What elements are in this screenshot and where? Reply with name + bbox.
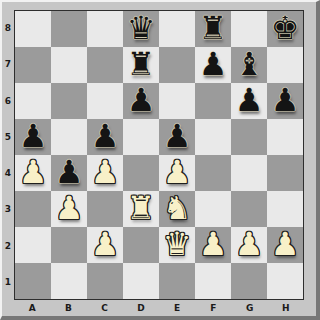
square-e2[interactable]: ♛ [159,227,195,263]
rank-label-3: 3 [2,191,14,227]
square-b4[interactable]: ♟ [51,155,87,191]
square-h7[interactable] [267,47,303,83]
square-g8[interactable] [231,11,267,47]
square-b3[interactable]: ♟ [51,191,87,227]
board: ♛♜♚♜♟♝♟♟♟♟♟♟♟♟♟♟♟♜♞♟♛♟♟♟ [14,10,304,300]
square-a4[interactable]: ♟ [15,155,51,191]
square-g2[interactable]: ♟ [231,227,267,263]
black-pawn-icon: ♟ [163,120,192,152]
white-pawn-icon: ♟ [55,192,84,224]
square-d1[interactable] [123,263,159,299]
square-c6[interactable] [87,83,123,119]
rank-label-6: 6 [2,83,14,119]
white-rook-icon: ♜ [127,192,156,224]
square-g6[interactable]: ♟ [231,83,267,119]
square-c5[interactable]: ♟ [87,119,123,155]
black-bishop-icon: ♝ [235,48,264,80]
file-label-g: G [232,301,268,315]
square-c8[interactable] [87,11,123,47]
square-d6[interactable]: ♟ [123,83,159,119]
file-label-h: H [268,301,304,315]
square-b7[interactable] [51,47,87,83]
square-f3[interactable] [195,191,231,227]
square-e6[interactable] [159,83,195,119]
square-b1[interactable] [51,263,87,299]
square-h4[interactable] [267,155,303,191]
file-label-c: C [87,301,123,315]
square-g1[interactable] [231,263,267,299]
square-d8[interactable]: ♛ [123,11,159,47]
square-e3[interactable]: ♞ [159,191,195,227]
file-label-a: A [14,301,50,315]
square-d3[interactable]: ♜ [123,191,159,227]
rank-label-5: 5 [2,119,14,155]
square-b2[interactable] [51,227,87,263]
square-c7[interactable] [87,47,123,83]
square-h3[interactable] [267,191,303,227]
square-c4[interactable]: ♟ [87,155,123,191]
square-f8[interactable]: ♜ [195,11,231,47]
rank-labels: 87654321 [2,10,14,300]
black-pawn-icon: ♟ [91,120,120,152]
square-c2[interactable]: ♟ [87,227,123,263]
square-f6[interactable] [195,83,231,119]
square-h1[interactable] [267,263,303,299]
rank-label-1: 1 [2,264,14,300]
square-a7[interactable] [15,47,51,83]
square-h8[interactable]: ♚ [267,11,303,47]
square-e5[interactable]: ♟ [159,119,195,155]
square-b8[interactable] [51,11,87,47]
square-h5[interactable] [267,119,303,155]
white-knight-icon: ♞ [163,192,192,224]
square-a3[interactable] [15,191,51,227]
square-a6[interactable] [15,83,51,119]
square-e8[interactable] [159,11,195,47]
square-c3[interactable] [87,191,123,227]
file-label-f: F [195,301,231,315]
rank-label-8: 8 [2,10,14,46]
square-d5[interactable] [123,119,159,155]
square-b5[interactable] [51,119,87,155]
black-pawn-icon: ♟ [55,156,84,188]
square-a2[interactable] [15,227,51,263]
black-king-icon: ♚ [271,12,300,44]
file-label-d: D [123,301,159,315]
white-pawn-icon: ♟ [235,228,264,260]
white-pawn-icon: ♟ [271,228,300,260]
file-label-b: B [50,301,86,315]
square-g3[interactable] [231,191,267,227]
file-label-e: E [159,301,195,315]
square-f2[interactable]: ♟ [195,227,231,263]
white-pawn-icon: ♟ [91,156,120,188]
square-g7[interactable]: ♝ [231,47,267,83]
square-d2[interactable] [123,227,159,263]
square-g4[interactable] [231,155,267,191]
square-e4[interactable]: ♟ [159,155,195,191]
white-pawn-icon: ♟ [91,228,120,260]
square-f4[interactable] [195,155,231,191]
square-a5[interactable]: ♟ [15,119,51,155]
white-pawn-icon: ♟ [19,156,48,188]
white-queen-icon: ♛ [163,228,192,260]
square-e1[interactable] [159,263,195,299]
black-pawn-icon: ♟ [235,84,264,116]
square-f1[interactable] [195,263,231,299]
square-f5[interactable] [195,119,231,155]
black-rook-icon: ♜ [199,12,228,44]
rank-label-7: 7 [2,46,14,82]
black-pawn-icon: ♟ [19,120,48,152]
square-d4[interactable] [123,155,159,191]
square-b6[interactable] [51,83,87,119]
white-pawn-icon: ♟ [163,156,192,188]
black-queen-icon: ♛ [127,12,156,44]
square-d7[interactable]: ♜ [123,47,159,83]
square-c1[interactable] [87,263,123,299]
black-pawn-icon: ♟ [199,48,228,80]
square-e7[interactable] [159,47,195,83]
black-rook-icon: ♜ [127,48,156,80]
square-a1[interactable] [15,263,51,299]
square-f7[interactable]: ♟ [195,47,231,83]
file-labels: ABCDEFGH [14,301,304,315]
rank-label-2: 2 [2,228,14,264]
black-pawn-icon: ♟ [271,84,300,116]
square-h6[interactable]: ♟ [267,83,303,119]
white-pawn-icon: ♟ [199,228,228,260]
chessboard-frame: 87654321 ♛♜♚♜♟♝♟♟♟♟♟♟♟♟♟♟♟♜♞♟♛♟♟♟ ABCDEF… [0,0,320,320]
rank-label-4: 4 [2,155,14,191]
square-h2[interactable]: ♟ [267,227,303,263]
square-a8[interactable] [15,11,51,47]
black-pawn-icon: ♟ [127,84,156,116]
square-g5[interactable] [231,119,267,155]
